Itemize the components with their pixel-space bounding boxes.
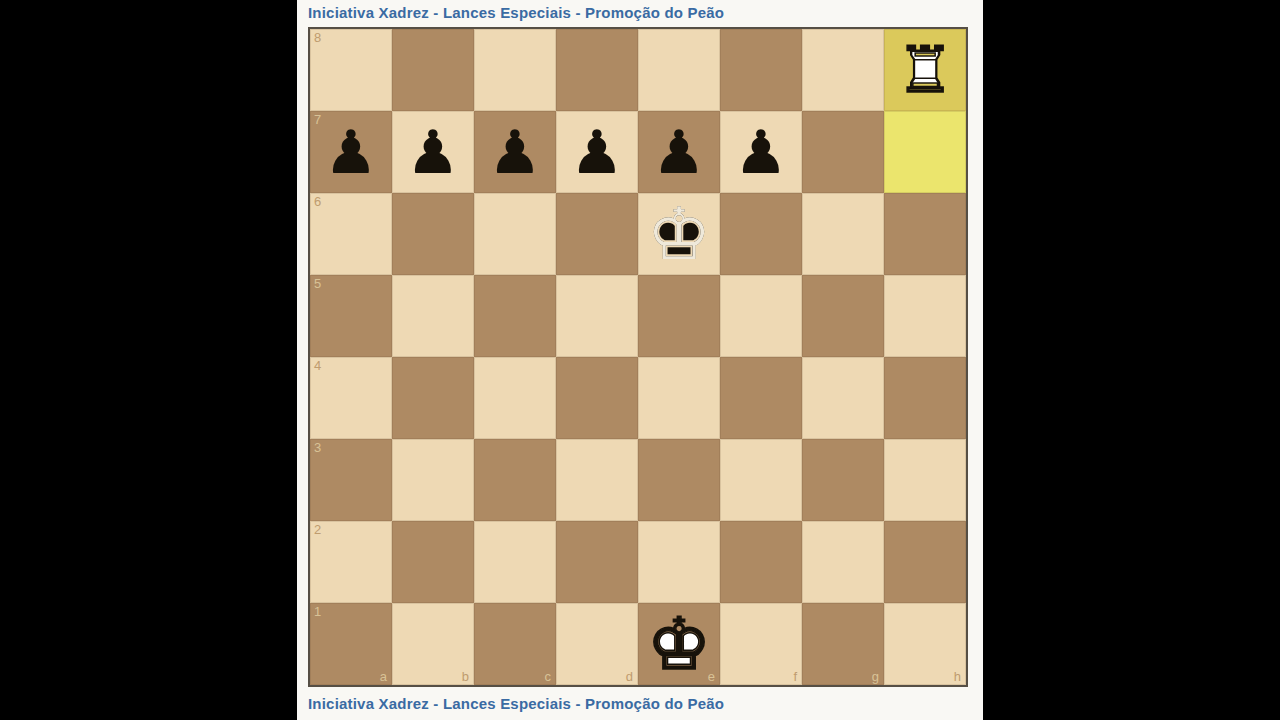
file-label: a: [380, 670, 387, 683]
black-pawn[interactable]: ♟: [720, 111, 802, 193]
square-g7[interactable]: [802, 111, 884, 193]
square-g4[interactable]: [802, 357, 884, 439]
square-b6[interactable]: [392, 193, 474, 275]
square-a1[interactable]: 1a: [310, 603, 392, 685]
square-h8[interactable]: ♜♖: [884, 29, 966, 111]
square-g1[interactable]: g: [802, 603, 884, 685]
black-pawn[interactable]: ♟: [556, 111, 638, 193]
black-pawn-icon: ♟: [638, 111, 720, 193]
black-pawn[interactable]: ♟: [392, 111, 474, 193]
square-a7[interactable]: 7♟: [310, 111, 392, 193]
square-c3[interactable]: [474, 439, 556, 521]
black-pawn-icon: ♟: [720, 111, 802, 193]
white-rook-outline-icon: ♖: [884, 29, 966, 111]
square-f4[interactable]: [720, 357, 802, 439]
black-pawn-icon: ♟: [392, 111, 474, 193]
black-pawn-icon: ♟: [474, 111, 556, 193]
square-e4[interactable]: [638, 357, 720, 439]
square-e7[interactable]: ♟: [638, 111, 720, 193]
square-f2[interactable]: [720, 521, 802, 603]
file-label: g: [872, 670, 879, 683]
square-b5[interactable]: [392, 275, 474, 357]
square-e2[interactable]: [638, 521, 720, 603]
content-panel: Iniciativa Xadrez - Lances Especiais - P…: [297, 0, 983, 720]
square-a3[interactable]: 3: [310, 439, 392, 521]
rank-label: 8: [314, 31, 321, 44]
letterbox-left: [0, 0, 297, 720]
square-e3[interactable]: [638, 439, 720, 521]
rank-label: 2: [314, 523, 321, 536]
black-king[interactable]: ♚♔: [638, 193, 720, 275]
rank-label: 6: [314, 195, 321, 208]
rank-label: 4: [314, 359, 321, 372]
rank-label: 1: [314, 605, 321, 618]
square-c5[interactable]: [474, 275, 556, 357]
black-pawn[interactable]: ♟: [474, 111, 556, 193]
file-label: d: [626, 670, 633, 683]
square-e8[interactable]: [638, 29, 720, 111]
square-c6[interactable]: [474, 193, 556, 275]
black-pawn-icon: ♟: [310, 111, 392, 193]
square-h1[interactable]: h: [884, 603, 966, 685]
square-a8[interactable]: 8: [310, 29, 392, 111]
square-a4[interactable]: 4: [310, 357, 392, 439]
square-g2[interactable]: [802, 521, 884, 603]
square-g6[interactable]: [802, 193, 884, 275]
rank-label: 5: [314, 277, 321, 290]
square-d1[interactable]: d: [556, 603, 638, 685]
square-c8[interactable]: [474, 29, 556, 111]
square-b4[interactable]: [392, 357, 474, 439]
white-king[interactable]: ♚♔: [638, 603, 720, 685]
square-f6[interactable]: [720, 193, 802, 275]
square-h5[interactable]: [884, 275, 966, 357]
square-g3[interactable]: [802, 439, 884, 521]
title-top: Iniciativa Xadrez - Lances Especiais - P…: [308, 4, 724, 21]
white-rook[interactable]: ♜♖: [884, 29, 966, 111]
square-f1[interactable]: f: [720, 603, 802, 685]
letterbox-right: [983, 0, 1280, 720]
file-label: b: [462, 670, 469, 683]
square-h4[interactable]: [884, 357, 966, 439]
square-c1[interactable]: c: [474, 603, 556, 685]
chess-board: 8♜♖7♟♟♟♟♟♟6♚♔54321abcde♚♔fgh: [308, 27, 968, 687]
square-d7[interactable]: ♟: [556, 111, 638, 193]
square-d2[interactable]: [556, 521, 638, 603]
square-f7[interactable]: ♟: [720, 111, 802, 193]
square-e1[interactable]: e♚♔: [638, 603, 720, 685]
square-h3[interactable]: [884, 439, 966, 521]
rank-label: 3: [314, 441, 321, 454]
square-b2[interactable]: [392, 521, 474, 603]
square-f8[interactable]: [720, 29, 802, 111]
square-b1[interactable]: b: [392, 603, 474, 685]
square-h7[interactable]: [884, 111, 966, 193]
black-pawn[interactable]: ♟: [638, 111, 720, 193]
square-d3[interactable]: [556, 439, 638, 521]
square-c4[interactable]: [474, 357, 556, 439]
square-e5[interactable]: [638, 275, 720, 357]
square-d8[interactable]: [556, 29, 638, 111]
square-a2[interactable]: 2: [310, 521, 392, 603]
white-king-outline-icon: ♔: [638, 603, 720, 685]
file-label: f: [793, 670, 797, 683]
square-d5[interactable]: [556, 275, 638, 357]
video-frame: Iniciativa Xadrez - Lances Especiais - P…: [0, 0, 1280, 720]
square-d4[interactable]: [556, 357, 638, 439]
square-c7[interactable]: ♟: [474, 111, 556, 193]
square-f3[interactable]: [720, 439, 802, 521]
square-b3[interactable]: [392, 439, 474, 521]
square-a6[interactable]: 6: [310, 193, 392, 275]
title-bottom: Iniciativa Xadrez - Lances Especiais - P…: [308, 695, 724, 712]
square-e6[interactable]: ♚♔: [638, 193, 720, 275]
black-pawn-icon: ♟: [556, 111, 638, 193]
square-d6[interactable]: [556, 193, 638, 275]
square-h2[interactable]: [884, 521, 966, 603]
square-f5[interactable]: [720, 275, 802, 357]
square-b7[interactable]: ♟: [392, 111, 474, 193]
black-pawn[interactable]: ♟: [310, 111, 392, 193]
black-king-outline-icon: ♔: [638, 193, 720, 275]
file-label: h: [954, 670, 961, 683]
square-h6[interactable]: [884, 193, 966, 275]
square-g8[interactable]: [802, 29, 884, 111]
square-c2[interactable]: [474, 521, 556, 603]
square-b8[interactable]: [392, 29, 474, 111]
square-a5[interactable]: 5: [310, 275, 392, 357]
square-g5[interactable]: [802, 275, 884, 357]
file-label: c: [545, 670, 552, 683]
